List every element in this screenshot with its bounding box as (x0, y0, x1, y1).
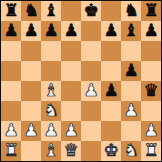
square-a4[interactable] (1, 81, 21, 101)
square-d1[interactable]: ♛ (61, 141, 81, 161)
square-d6[interactable] (61, 41, 81, 61)
square-c1[interactable]: ♝ (41, 141, 61, 161)
white-pawn-c2: ♟ (43, 122, 58, 139)
square-a7[interactable]: ♟ (1, 21, 21, 41)
square-g7[interactable]: ♝ (121, 21, 141, 41)
square-c8[interactable]: ♝ (41, 1, 61, 21)
square-c3[interactable]: ♞ (41, 101, 61, 121)
square-f6[interactable] (101, 41, 121, 61)
square-b6[interactable] (21, 41, 41, 61)
square-e3[interactable] (81, 101, 101, 121)
square-b1[interactable] (21, 141, 41, 161)
square-h5[interactable] (141, 61, 161, 81)
black-pawn-f7: ♟ (103, 22, 118, 39)
square-e2[interactable] (81, 121, 101, 141)
square-e6[interactable] (81, 41, 101, 61)
square-d7[interactable]: ♟ (61, 21, 81, 41)
white-rook-a1: ♜ (3, 142, 18, 159)
black-pawn-f4: ♟ (103, 82, 118, 99)
square-b5[interactable] (21, 61, 41, 81)
square-a5[interactable] (1, 61, 21, 81)
white-king-f1: ♚ (103, 142, 118, 159)
square-c2[interactable]: ♟ (41, 121, 61, 141)
black-pawn-h7: ♟ (143, 22, 158, 39)
chess-board: ♜♞♝♚♞♜♟♟♟♟♟♝♟♟♝♟♟♛♞♟♟♟♟♟♟♜♝♛♚♞♜ (0, 0, 162, 162)
square-d5[interactable] (61, 61, 81, 81)
black-knight-g8: ♞ (123, 2, 138, 19)
black-bishop-c8: ♝ (43, 2, 58, 19)
square-e7[interactable] (81, 21, 101, 41)
square-g4[interactable] (121, 81, 141, 101)
black-knight-b8: ♞ (23, 2, 38, 19)
square-b8[interactable]: ♞ (21, 1, 41, 21)
square-d8[interactable] (61, 1, 81, 21)
white-pawn-h2: ♟ (143, 122, 158, 139)
square-g5[interactable]: ♟ (121, 61, 141, 81)
black-rook-a8: ♜ (3, 2, 18, 19)
square-g6[interactable] (121, 41, 141, 61)
white-pawn-a2: ♟ (3, 122, 18, 139)
square-g3[interactable]: ♟ (121, 101, 141, 121)
white-pawn-d2: ♟ (63, 122, 78, 139)
square-b3[interactable] (21, 101, 41, 121)
square-a8[interactable]: ♜ (1, 1, 21, 21)
square-g8[interactable]: ♞ (121, 1, 141, 21)
square-d3[interactable] (61, 101, 81, 121)
white-pawn-b2: ♟ (23, 122, 38, 139)
square-h6[interactable] (141, 41, 161, 61)
black-king-e8: ♚ (83, 2, 98, 19)
square-f3[interactable] (101, 101, 121, 121)
white-knight-c3: ♞ (43, 102, 58, 119)
square-g2[interactable] (121, 121, 141, 141)
square-d2[interactable]: ♟ (61, 121, 81, 141)
square-g1[interactable]: ♞ (121, 141, 141, 161)
square-f5[interactable] (101, 61, 121, 81)
square-b7[interactable]: ♟ (21, 21, 41, 41)
square-c4[interactable]: ♝ (41, 81, 61, 101)
black-pawn-b7: ♟ (23, 22, 38, 39)
black-bishop-g7: ♝ (123, 22, 138, 39)
white-knight-g1: ♞ (123, 142, 138, 159)
square-c7[interactable]: ♟ (41, 21, 61, 41)
square-f1[interactable]: ♚ (101, 141, 121, 161)
square-c6[interactable] (41, 41, 61, 61)
black-rook-h8: ♜ (143, 2, 158, 19)
square-a1[interactable]: ♜ (1, 141, 21, 161)
square-h8[interactable]: ♜ (141, 1, 161, 21)
square-b4[interactable] (21, 81, 41, 101)
square-f8[interactable] (101, 1, 121, 21)
square-e4[interactable]: ♟ (81, 81, 101, 101)
white-bishop-c4: ♝ (43, 82, 58, 99)
black-pawn-a7: ♟ (3, 22, 18, 39)
square-d4[interactable] (61, 81, 81, 101)
square-a6[interactable] (1, 41, 21, 61)
white-rook-h1: ♜ (143, 142, 158, 159)
square-a2[interactable]: ♟ (1, 121, 21, 141)
black-pawn-d7: ♟ (63, 22, 78, 39)
square-h4[interactable]: ♛ (141, 81, 161, 101)
square-h7[interactable]: ♟ (141, 21, 161, 41)
black-queen-h4: ♛ (143, 82, 158, 99)
square-h3[interactable] (141, 101, 161, 121)
square-e5[interactable] (81, 61, 101, 81)
black-pawn-g5: ♟ (123, 62, 138, 79)
square-f2[interactable] (101, 121, 121, 141)
white-pawn-g3: ♟ (123, 102, 138, 119)
square-f4[interactable]: ♟ (101, 81, 121, 101)
square-e1[interactable] (81, 141, 101, 161)
white-pawn-e4: ♟ (83, 82, 98, 99)
square-a3[interactable] (1, 101, 21, 121)
white-queen-d1: ♛ (63, 142, 78, 159)
black-pawn-c7: ♟ (43, 22, 58, 39)
white-bishop-c1: ♝ (43, 142, 58, 159)
square-e8[interactable]: ♚ (81, 1, 101, 21)
square-b2[interactable]: ♟ (21, 121, 41, 141)
square-h2[interactable]: ♟ (141, 121, 161, 141)
square-f7[interactable]: ♟ (101, 21, 121, 41)
square-c5[interactable] (41, 61, 61, 81)
square-h1[interactable]: ♜ (141, 141, 161, 161)
